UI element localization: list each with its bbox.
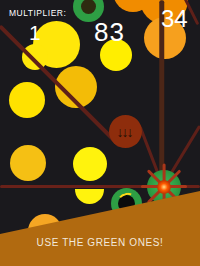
score-center: 83: [94, 17, 125, 48]
arrow-bumper-ball[interactable]: ↓↓↓: [109, 115, 142, 148]
gold-ball-lower-left[interactable]: [10, 145, 46, 181]
multiplier-label: MULTIPLIER:: [9, 8, 66, 18]
yellow-ball-sliced-lobe[interactable]: [22, 44, 48, 70]
yellow-ball-left[interactable]: [9, 82, 45, 118]
burst-glow-core-icon: [157, 180, 171, 194]
yellow-ball-lower-mid[interactable]: [73, 147, 107, 181]
yellow-half-ball-sliced[interactable]: [75, 189, 104, 204]
green-donut-hole-icon: [81, 0, 96, 14]
hint-text: USE THE GREEN ONES!: [0, 237, 200, 248]
game-playfield[interactable]: ↓↓↓ USE THE GREEN ONES! MULTIPLIER: 1 83…: [0, 0, 200, 266]
multiplier-value: 1: [29, 21, 41, 45]
score-right: 34: [161, 5, 188, 33]
triple-down-arrow-icon: ↓↓↓: [117, 125, 132, 139]
